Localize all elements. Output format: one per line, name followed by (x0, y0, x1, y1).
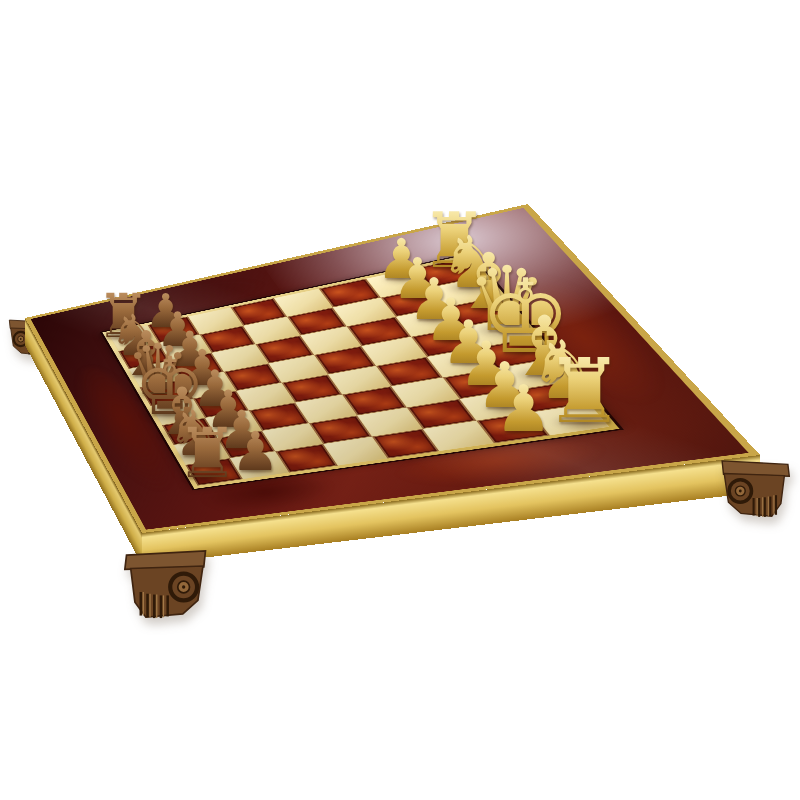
ionic-column-foot-near (124, 544, 208, 630)
chess-set-photo: ♜♟♞♟♝♟♟♛♜♟♟♚♞♟♟♝♝♟♟♛♞♟♟♚♜♟♟♝♟♞♟♜ (0, 0, 800, 800)
piece-black-rook[interactable]: ♜ (173, 419, 242, 488)
ionic-column-foot-right (720, 460, 790, 522)
piece-white-pawn[interactable]: ♟ (491, 377, 555, 441)
